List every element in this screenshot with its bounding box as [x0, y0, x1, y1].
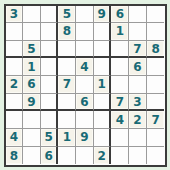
- sudoku-cell-r3c1[interactable]: [6, 41, 24, 59]
- sudoku-cell-r2c8[interactable]: [129, 23, 147, 41]
- sudoku-cell-r7c9: 7: [147, 111, 165, 129]
- sudoku-cell-r7c3[interactable]: [41, 111, 59, 129]
- sudoku-cell-r2c2[interactable]: [23, 23, 41, 41]
- sudoku-cell-r3c4[interactable]: [58, 41, 76, 59]
- sudoku-cell-r9c9[interactable]: [147, 147, 165, 165]
- sudoku-cell-r1c2[interactable]: [23, 6, 41, 24]
- sudoku-cell-r6c6[interactable]: [94, 94, 112, 112]
- sudoku-cell-r5c7[interactable]: [111, 76, 129, 94]
- sudoku-cell-r1c5[interactable]: [76, 6, 94, 24]
- sudoku-cell-r6c5: 6: [76, 94, 94, 112]
- sudoku-cell-r8c2[interactable]: [23, 129, 41, 147]
- sudoku-cell-r5c4: 7: [58, 76, 76, 94]
- sudoku-cell-r9c4[interactable]: [58, 147, 76, 165]
- sudoku-cell-r5c9[interactable]: [147, 76, 165, 94]
- sudoku-cell-r8c4: 1: [58, 129, 76, 147]
- sudoku-cell-r8c5: 9: [76, 129, 94, 147]
- sudoku-cell-r3c9: 8: [147, 41, 165, 59]
- sudoku-cell-r1c1: 3: [6, 6, 24, 24]
- sudoku-cell-r8c8[interactable]: [129, 129, 147, 147]
- sudoku-cell-r3c8: 7: [129, 41, 147, 59]
- sudoku-cell-r7c1[interactable]: [6, 111, 24, 129]
- sudoku-cell-r8c9[interactable]: [147, 129, 165, 147]
- sudoku-cell-r4c2: 1: [23, 58, 41, 76]
- sudoku-cell-r4c1[interactable]: [6, 58, 24, 76]
- sudoku-cell-r2c4: 8: [58, 23, 76, 41]
- sudoku-cell-r8c6[interactable]: [94, 129, 112, 147]
- sudoku-cell-r7c7: 4: [111, 111, 129, 129]
- sudoku-cell-r4c7[interactable]: [111, 58, 129, 76]
- sudoku-cell-r3c3[interactable]: [41, 41, 59, 59]
- sudoku-cell-r2c3[interactable]: [41, 23, 59, 41]
- sudoku-cell-r2c5[interactable]: [76, 23, 94, 41]
- sudoku-board: 359681578146267196734274519862: [4, 4, 167, 167]
- sudoku-cell-r8c1: 4: [6, 129, 24, 147]
- sudoku-cell-r4c4[interactable]: [58, 58, 76, 76]
- sudoku-cell-r3c7[interactable]: [111, 41, 129, 59]
- sudoku-cell-r1c3[interactable]: [41, 6, 59, 24]
- sudoku-cell-r7c4[interactable]: [58, 111, 76, 129]
- sudoku-cell-r4c3[interactable]: [41, 58, 59, 76]
- sudoku-cell-r9c5[interactable]: [76, 147, 94, 165]
- sudoku-cell-r4c9[interactable]: [147, 58, 165, 76]
- sudoku-cell-r9c7[interactable]: [111, 147, 129, 165]
- sudoku-cell-r9c2[interactable]: [23, 147, 41, 165]
- sudoku-cell-r6c7: 7: [111, 94, 129, 112]
- sudoku-cell-r2c7: 1: [111, 23, 129, 41]
- sudoku-cell-r7c5[interactable]: [76, 111, 94, 129]
- sudoku-cell-r3c6[interactable]: [94, 41, 112, 59]
- sudoku-cell-r3c2: 5: [23, 41, 41, 59]
- sudoku-cell-r5c6: 1: [94, 76, 112, 94]
- sudoku-cell-r6c4[interactable]: [58, 94, 76, 112]
- sudoku-cell-r6c8: 3: [129, 94, 147, 112]
- sudoku-cell-r9c3: 6: [41, 147, 59, 165]
- sudoku-cell-r6c9[interactable]: [147, 94, 165, 112]
- sudoku-cell-r9c8[interactable]: [129, 147, 147, 165]
- sudoku-cell-r2c1[interactable]: [6, 23, 24, 41]
- sudoku-cell-r3c5[interactable]: [76, 41, 94, 59]
- sudoku-cell-r2c9[interactable]: [147, 23, 165, 41]
- sudoku-cell-r6c2: 9: [23, 94, 41, 112]
- sudoku-cell-r7c6[interactable]: [94, 111, 112, 129]
- sudoku-cell-r4c8: 6: [129, 58, 147, 76]
- sudoku-page: 359681578146267196734274519862: [0, 0, 170, 170]
- sudoku-cell-r2c6[interactable]: [94, 23, 112, 41]
- sudoku-cell-r4c5: 4: [76, 58, 94, 76]
- sudoku-cell-r9c6: 2: [94, 147, 112, 165]
- sudoku-cell-r7c8: 2: [129, 111, 147, 129]
- sudoku-cell-r5c3[interactable]: [41, 76, 59, 94]
- sudoku-cell-r9c1: 8: [6, 147, 24, 165]
- sudoku-cell-r1c6: 9: [94, 6, 112, 24]
- sudoku-cell-r5c1: 2: [6, 76, 24, 94]
- sudoku-cell-r1c9[interactable]: [147, 6, 165, 24]
- sudoku-cell-r8c7[interactable]: [111, 129, 129, 147]
- sudoku-cell-r7c2[interactable]: [23, 111, 41, 129]
- sudoku-cell-r5c5[interactable]: [76, 76, 94, 94]
- sudoku-cell-r5c2: 6: [23, 76, 41, 94]
- sudoku-cell-r6c1[interactable]: [6, 94, 24, 112]
- sudoku-cell-r1c7: 6: [111, 6, 129, 24]
- sudoku-cell-r1c8[interactable]: [129, 6, 147, 24]
- sudoku-cell-r5c8[interactable]: [129, 76, 147, 94]
- sudoku-cell-r6c3[interactable]: [41, 94, 59, 112]
- sudoku-cell-r8c3: 5: [41, 129, 59, 147]
- sudoku-cell-r1c4: 5: [58, 6, 76, 24]
- sudoku-cell-r4c6[interactable]: [94, 58, 112, 76]
